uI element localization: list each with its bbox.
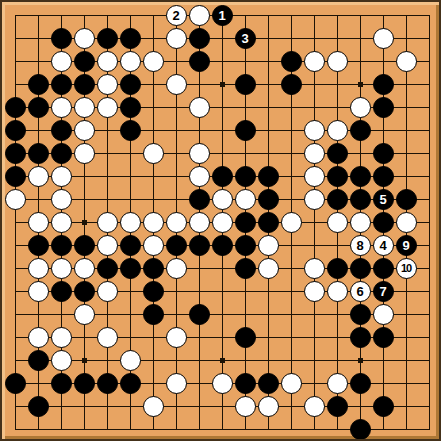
- white-stone: [143, 143, 164, 164]
- white-stone: [97, 51, 118, 72]
- white-stone: [327, 373, 348, 394]
- white-stone: [350, 97, 371, 118]
- white-stone: [51, 258, 72, 279]
- black-stone: [235, 235, 256, 256]
- black-stone: [350, 419, 371, 440]
- black-stone: [74, 74, 95, 95]
- move-number-label: 1: [218, 8, 225, 21]
- black-stone: [258, 373, 279, 394]
- hoshi-point: [358, 358, 363, 363]
- black-stone: [373, 166, 394, 187]
- black-stone: [350, 166, 371, 187]
- white-stone: [189, 97, 210, 118]
- black-stone: [350, 258, 371, 279]
- black-stone: [28, 143, 49, 164]
- black-stone: [5, 166, 26, 187]
- white-stone: [189, 212, 210, 233]
- white-stone: [51, 189, 72, 210]
- black-stone: [258, 166, 279, 187]
- move-number-label: 7: [379, 284, 386, 297]
- black-stone: [373, 258, 394, 279]
- white-stone: [74, 28, 95, 49]
- black-stone: [28, 396, 49, 417]
- black-stone: [97, 28, 118, 49]
- grid-line-horizontal: [15, 406, 430, 407]
- grid-line-vertical: [314, 15, 315, 430]
- black-stone: [373, 396, 394, 417]
- move-number-label: 4: [379, 238, 386, 251]
- black-stone: [120, 373, 141, 394]
- white-stone: [189, 143, 210, 164]
- white-stone: [304, 51, 325, 72]
- white-stone: [97, 212, 118, 233]
- white-stone: [74, 143, 95, 164]
- white-stone: [97, 327, 118, 348]
- white-stone: [396, 51, 417, 72]
- white-stone: [304, 143, 325, 164]
- white-stone: [5, 189, 26, 210]
- white-stone: [212, 212, 233, 233]
- black-stone: [120, 120, 141, 141]
- white-stone: [120, 51, 141, 72]
- black-stone: [51, 28, 72, 49]
- black-stone: [28, 74, 49, 95]
- white-stone: [304, 258, 325, 279]
- white-stone: [166, 212, 187, 233]
- black-stone: [120, 74, 141, 95]
- black-stone: [258, 189, 279, 210]
- white-stone: [97, 74, 118, 95]
- black-stone: [5, 120, 26, 141]
- black-stone: [120, 258, 141, 279]
- black-stone: [189, 189, 210, 210]
- white-stone: [120, 212, 141, 233]
- hoshi-point: [220, 358, 225, 363]
- move-8-white-stone: 8: [350, 235, 371, 256]
- black-stone: [373, 143, 394, 164]
- move-number-label: 6: [356, 284, 363, 297]
- black-stone: [373, 212, 394, 233]
- white-stone: [258, 235, 279, 256]
- white-stone: [51, 350, 72, 371]
- white-stone: [51, 97, 72, 118]
- black-stone: [396, 189, 417, 210]
- white-stone: [258, 396, 279, 417]
- black-stone: [120, 97, 141, 118]
- black-stone: [327, 258, 348, 279]
- black-stone: [327, 143, 348, 164]
- black-stone: [189, 304, 210, 325]
- move-7-black-stone: 7: [373, 281, 394, 302]
- black-stone: [281, 51, 302, 72]
- white-stone: [120, 350, 141, 371]
- white-stone: [51, 166, 72, 187]
- black-stone: [51, 120, 72, 141]
- black-stone: [5, 143, 26, 164]
- move-9-black-stone: 9: [396, 235, 417, 256]
- hoshi-point: [358, 82, 363, 87]
- black-stone: [120, 235, 141, 256]
- white-stone: [51, 51, 72, 72]
- go-board: 21358491067: [0, 0, 441, 441]
- white-stone: [166, 327, 187, 348]
- black-stone: [350, 120, 371, 141]
- white-stone: [51, 327, 72, 348]
- black-stone: [74, 51, 95, 72]
- move-number-label: 2: [172, 8, 179, 21]
- black-stone: [212, 235, 233, 256]
- white-stone: [373, 28, 394, 49]
- black-stone: [74, 373, 95, 394]
- white-stone: [189, 166, 210, 187]
- white-stone: [304, 166, 325, 187]
- black-stone: [327, 166, 348, 187]
- black-stone: [143, 304, 164, 325]
- black-stone: [258, 212, 279, 233]
- black-stone: [189, 235, 210, 256]
- white-stone: [166, 28, 187, 49]
- black-stone: [281, 74, 302, 95]
- white-stone: [97, 97, 118, 118]
- black-stone: [373, 97, 394, 118]
- white-stone: [350, 212, 371, 233]
- black-stone: [235, 258, 256, 279]
- hoshi-point: [82, 358, 87, 363]
- white-stone: [74, 97, 95, 118]
- black-stone: [97, 373, 118, 394]
- move-6-white-stone: 6: [350, 281, 371, 302]
- black-stone: [235, 373, 256, 394]
- black-stone: [350, 373, 371, 394]
- move-2-white-stone: 2: [166, 5, 187, 26]
- white-stone: [327, 212, 348, 233]
- white-stone: [235, 396, 256, 417]
- move-3-black-stone: 3: [235, 28, 256, 49]
- move-number-label: 8: [356, 238, 363, 251]
- white-stone: [74, 258, 95, 279]
- white-stone: [74, 120, 95, 141]
- black-stone: [97, 258, 118, 279]
- white-stone: [143, 396, 164, 417]
- black-stone: [212, 166, 233, 187]
- move-1-black-stone: 1: [212, 5, 233, 26]
- white-stone: [143, 235, 164, 256]
- black-stone: [51, 143, 72, 164]
- white-stone: [327, 51, 348, 72]
- black-stone: [5, 97, 26, 118]
- white-stone: [166, 258, 187, 279]
- grid-line-vertical: [429, 15, 430, 430]
- white-stone: [304, 189, 325, 210]
- move-10-white-stone: 10: [396, 258, 417, 279]
- black-stone: [373, 327, 394, 348]
- white-stone: [28, 212, 49, 233]
- black-stone: [327, 396, 348, 417]
- white-stone: [143, 212, 164, 233]
- black-stone: [350, 189, 371, 210]
- white-stone: [212, 373, 233, 394]
- white-stone: [51, 212, 72, 233]
- hoshi-point: [220, 82, 225, 87]
- white-stone: [235, 189, 256, 210]
- white-stone: [189, 5, 210, 26]
- black-stone: [28, 235, 49, 256]
- white-stone: [28, 281, 49, 302]
- white-stone: [304, 281, 325, 302]
- white-stone: [304, 120, 325, 141]
- white-stone: [166, 74, 187, 95]
- white-stone: [212, 189, 233, 210]
- white-stone: [281, 373, 302, 394]
- move-number-label: 3: [241, 31, 248, 44]
- black-stone: [166, 235, 187, 256]
- white-stone: [396, 212, 417, 233]
- white-stone: [97, 281, 118, 302]
- black-stone: [28, 350, 49, 371]
- black-stone: [143, 281, 164, 302]
- black-stone: [143, 258, 164, 279]
- white-stone: [327, 120, 348, 141]
- black-stone: [5, 373, 26, 394]
- white-stone: [327, 281, 348, 302]
- black-stone: [51, 373, 72, 394]
- black-stone: [74, 235, 95, 256]
- black-stone: [350, 327, 371, 348]
- move-number-label: 10: [401, 262, 411, 273]
- white-stone: [166, 373, 187, 394]
- black-stone: [28, 97, 49, 118]
- black-stone: [235, 120, 256, 141]
- black-stone: [235, 74, 256, 95]
- white-stone: [28, 327, 49, 348]
- move-number-label: 9: [402, 238, 409, 251]
- black-stone: [235, 212, 256, 233]
- white-stone: [97, 235, 118, 256]
- white-stone: [304, 396, 325, 417]
- black-stone: [189, 28, 210, 49]
- black-stone: [235, 327, 256, 348]
- white-stone: [28, 258, 49, 279]
- white-stone: [281, 212, 302, 233]
- white-stone: [258, 258, 279, 279]
- move-4-white-stone: 4: [373, 235, 394, 256]
- white-stone: [373, 304, 394, 325]
- white-stone: [143, 51, 164, 72]
- move-5-black-stone: 5: [373, 189, 394, 210]
- move-number-label: 5: [379, 192, 386, 205]
- black-stone: [51, 74, 72, 95]
- black-stone: [373, 74, 394, 95]
- black-stone: [350, 304, 371, 325]
- black-stone: [235, 166, 256, 187]
- black-stone: [74, 281, 95, 302]
- white-stone: [74, 304, 95, 325]
- black-stone: [51, 281, 72, 302]
- hoshi-point: [82, 220, 87, 225]
- black-stone: [327, 189, 348, 210]
- black-stone: [120, 28, 141, 49]
- black-stone: [189, 51, 210, 72]
- black-stone: [51, 235, 72, 256]
- white-stone: [28, 166, 49, 187]
